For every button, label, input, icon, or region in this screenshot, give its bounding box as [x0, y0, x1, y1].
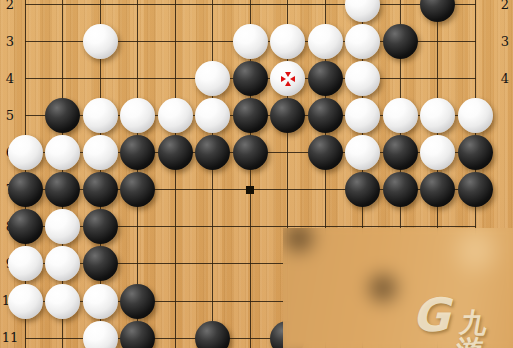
stone-black-c4r6 [120, 135, 155, 170]
stone-white-c12r6 [420, 135, 455, 170]
stone-white-c2r8 [45, 209, 80, 244]
stone-white-c9r3 [308, 24, 343, 59]
row-label-left-2: 2 [0, 0, 20, 12]
stone-black-c7r6 [233, 135, 268, 170]
stone-black-c3r7 [83, 172, 118, 207]
stone-white-c5r5 [158, 98, 193, 133]
stone-black-c9r4 [308, 61, 343, 96]
stone-black-c1r8 [8, 209, 43, 244]
stone-black-c5r6 [158, 135, 193, 170]
row-label-right-4: 4 [495, 72, 513, 86]
stone-white-c1r10 [8, 284, 43, 319]
stone-white-c10r2 [345, 0, 380, 22]
stone-black-c12r2 [420, 0, 455, 22]
stone-black-c8r5 [270, 98, 305, 133]
stone-white-c10r6 [345, 135, 380, 170]
grid-hline-2 [25, 4, 476, 5]
stone-black-c3r8 [83, 209, 118, 244]
stone-white-c10r3 [345, 24, 380, 59]
watermark-text: 九游 [453, 309, 513, 348]
last-move-crosshair-marker [280, 71, 296, 87]
stone-white-c2r10 [45, 284, 80, 319]
stone-white-c3r5 [83, 98, 118, 133]
row-label-left-4: 4 [0, 72, 20, 86]
stone-white-c6r4 [195, 61, 230, 96]
row-label-left-3: 3 [0, 35, 20, 49]
stone-black-c3r9 [83, 246, 118, 281]
stone-black-c12r7 [420, 172, 455, 207]
grid-vline-5 [175, 0, 176, 348]
stone-white-c10r5 [345, 98, 380, 133]
stone-black-c7r5 [233, 98, 268, 133]
stone-black-c10r7 [345, 172, 380, 207]
stone-white-c12r5 [420, 98, 455, 133]
stone-white-c7r3 [233, 24, 268, 59]
watermark: G 九游 [416, 292, 513, 348]
stone-black-c9r6 [308, 135, 343, 170]
stone-white-c1r6 [8, 135, 43, 170]
stone-black-c9r5 [308, 98, 343, 133]
stone-white-c10r4 [345, 61, 380, 96]
stone-black-c6r11 [195, 321, 230, 348]
stone-black-c4r11 [120, 321, 155, 348]
row-label-right-3: 3 [495, 35, 513, 49]
stone-white-c8r3 [270, 24, 305, 59]
stone-white-c3r10 [83, 284, 118, 319]
stone-black-c4r7 [120, 172, 155, 207]
9game-logo-icon: G [410, 292, 459, 338]
star-point [246, 186, 254, 194]
row-label-left-11: 11 [0, 331, 20, 345]
stone-black-c4r10 [120, 284, 155, 319]
stone-white-c2r6 [45, 135, 80, 170]
grid-vline-6 [212, 0, 213, 348]
stone-white-c1r9 [8, 246, 43, 281]
stone-black-c1r7 [8, 172, 43, 207]
stone-black-c11r6 [383, 135, 418, 170]
stone-white-c2r9 [45, 246, 80, 281]
stone-white-c3r11 [83, 321, 118, 348]
stone-black-c7r4 [233, 61, 268, 96]
stone-black-c11r7 [383, 172, 418, 207]
stone-black-c13r6 [458, 135, 493, 170]
row-label-left-5: 5 [0, 109, 20, 123]
row-label-right-2: 2 [495, 0, 513, 12]
stone-white-c6r5 [195, 98, 230, 133]
go-board[interactable]: 234567891011 234 G 九游 [0, 0, 513, 348]
stone-black-c6r6 [195, 135, 230, 170]
stone-white-c13r5 [458, 98, 493, 133]
stone-white-c3r3 [83, 24, 118, 59]
stone-black-c13r7 [458, 172, 493, 207]
stone-white-c11r5 [383, 98, 418, 133]
stone-white-c8r4 [270, 61, 305, 96]
stone-white-c3r6 [83, 135, 118, 170]
stone-black-c2r7 [45, 172, 80, 207]
stone-black-c11r3 [383, 24, 418, 59]
stone-white-c4r5 [120, 98, 155, 133]
stone-black-c2r5 [45, 98, 80, 133]
